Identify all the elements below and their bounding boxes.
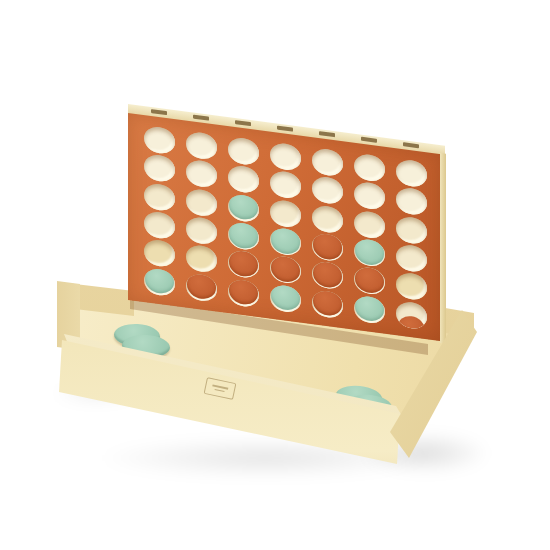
drop-slot[interactable] bbox=[403, 142, 419, 148]
teal-disc bbox=[271, 227, 300, 255]
teal-disc bbox=[355, 238, 384, 266]
hole bbox=[312, 261, 343, 291]
orange-disc bbox=[229, 278, 258, 306]
drop-slot[interactable] bbox=[235, 120, 251, 126]
hole bbox=[396, 300, 427, 330]
orange-disc bbox=[271, 255, 300, 283]
hole bbox=[354, 266, 385, 296]
product-photo bbox=[0, 0, 550, 550]
orange-disc bbox=[187, 272, 216, 300]
hole bbox=[396, 158, 427, 188]
orange-disc bbox=[398, 314, 425, 330]
drop-slot[interactable] bbox=[277, 126, 293, 132]
hole bbox=[144, 154, 175, 184]
hole bbox=[354, 238, 385, 268]
hole bbox=[312, 147, 343, 177]
hole bbox=[144, 239, 175, 269]
orange-disc bbox=[313, 261, 342, 289]
board-right-edge bbox=[440, 153, 446, 344]
teal-disc bbox=[229, 221, 258, 249]
teal-disc bbox=[229, 193, 258, 221]
hole bbox=[144, 125, 175, 155]
orange-disc bbox=[355, 266, 384, 294]
hole bbox=[396, 215, 427, 245]
hole bbox=[186, 216, 217, 246]
hole bbox=[354, 210, 385, 240]
cell-c4-r6[interactable] bbox=[264, 282, 306, 316]
orange-disc bbox=[313, 289, 342, 317]
cell-c7-r6[interactable] bbox=[390, 298, 432, 332]
hole bbox=[228, 165, 259, 195]
cell-c2-r6[interactable] bbox=[180, 271, 222, 305]
hole bbox=[186, 244, 217, 274]
hole bbox=[270, 142, 301, 172]
hole bbox=[144, 182, 175, 212]
hole bbox=[144, 210, 175, 240]
hole bbox=[270, 255, 301, 285]
cell-c3-r6[interactable] bbox=[222, 276, 264, 310]
orange-disc bbox=[313, 232, 342, 260]
drop-slot[interactable] bbox=[193, 115, 209, 121]
teal-disc bbox=[355, 295, 384, 323]
hole bbox=[186, 272, 217, 302]
hole bbox=[270, 170, 301, 200]
hole bbox=[186, 131, 217, 161]
hole bbox=[312, 204, 343, 234]
hole bbox=[228, 136, 259, 166]
hole bbox=[270, 198, 301, 228]
hole bbox=[270, 227, 301, 257]
hole bbox=[270, 283, 301, 313]
hole bbox=[354, 295, 385, 325]
hole bbox=[228, 221, 259, 251]
hole bbox=[312, 176, 343, 206]
hole bbox=[354, 181, 385, 211]
teal-disc bbox=[145, 267, 174, 295]
hole bbox=[228, 193, 259, 223]
hole bbox=[396, 243, 427, 273]
hole bbox=[228, 250, 259, 280]
cell-c6-r6[interactable] bbox=[348, 293, 390, 327]
hole bbox=[186, 187, 217, 217]
hole bbox=[228, 278, 259, 308]
hole bbox=[144, 267, 175, 297]
hole bbox=[312, 232, 343, 262]
hole bbox=[354, 153, 385, 183]
orange-disc bbox=[229, 250, 258, 278]
hole bbox=[312, 289, 343, 319]
teal-disc bbox=[271, 283, 300, 311]
drop-slot[interactable] bbox=[319, 131, 335, 137]
hole bbox=[396, 272, 427, 302]
drop-slot[interactable] bbox=[361, 137, 377, 143]
cell-c5-r6[interactable] bbox=[306, 287, 348, 321]
cell-c1-r6[interactable] bbox=[138, 265, 180, 299]
hole bbox=[396, 187, 427, 217]
drop-slot[interactable] bbox=[151, 109, 167, 115]
hole bbox=[186, 159, 217, 189]
